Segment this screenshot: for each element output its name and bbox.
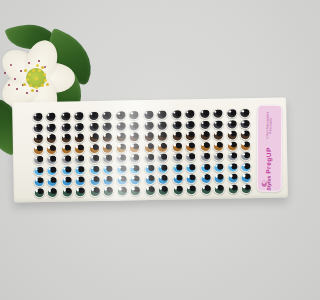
eye-glint bbox=[202, 165, 204, 167]
doll-eye-light-grey bbox=[46, 155, 57, 165]
doll-eye-black bbox=[212, 109, 223, 119]
doll-eye-black bbox=[184, 110, 195, 120]
eye-pupil bbox=[106, 155, 112, 161]
doll-eye-blue bbox=[157, 175, 168, 185]
eye-pupil bbox=[203, 142, 209, 148]
doll-eye-dark-grey bbox=[73, 122, 84, 132]
doll-eye-light-blue bbox=[74, 165, 85, 175]
brand-label: Stylus PregUP Olhos Adesivados Resinados bbox=[257, 105, 283, 192]
eye-pair bbox=[227, 140, 255, 151]
eye-glint bbox=[214, 132, 216, 134]
eye-glint bbox=[63, 135, 65, 137]
eye-pair bbox=[60, 122, 88, 133]
eye-glint bbox=[215, 175, 217, 177]
doll-eye-dark-brown bbox=[88, 133, 99, 143]
eye-pupil bbox=[176, 153, 182, 159]
eye-pupil bbox=[64, 112, 70, 118]
eye-pair bbox=[144, 153, 172, 164]
eye-pair bbox=[200, 162, 228, 173]
eye-pair bbox=[200, 173, 228, 184]
eye-pupil bbox=[78, 187, 84, 193]
eye-pupil bbox=[36, 113, 42, 119]
eye-glint bbox=[118, 145, 120, 147]
doll-eye-amber-brown bbox=[227, 141, 238, 151]
eye-pair bbox=[143, 110, 171, 121]
eye-pupil bbox=[133, 122, 139, 128]
doll-eye-dark-grey bbox=[60, 123, 71, 133]
doll-eye-light-blue bbox=[130, 164, 141, 174]
eye-pair bbox=[32, 122, 60, 133]
eye-glint bbox=[63, 178, 65, 180]
eye-pair bbox=[144, 174, 172, 185]
eye-pair bbox=[88, 111, 116, 122]
doll-eye-dark-brown bbox=[212, 130, 223, 140]
eye-glint bbox=[118, 113, 120, 115]
eye-pupil bbox=[148, 165, 154, 171]
doll-eye-dark-grey bbox=[101, 122, 112, 132]
doll-eye-light-grey bbox=[74, 155, 85, 165]
doll-eye-green bbox=[102, 186, 113, 196]
eye-pupil bbox=[93, 176, 99, 182]
eye-pupil bbox=[176, 164, 182, 170]
eye-pupil bbox=[217, 152, 223, 158]
doll-eye-blue bbox=[200, 174, 211, 184]
doll-eye-green bbox=[145, 186, 156, 196]
doll-eye-black bbox=[239, 108, 250, 118]
eye-pair bbox=[33, 133, 61, 144]
eye-pupil bbox=[160, 121, 166, 127]
doll-eye-blue bbox=[61, 176, 72, 186]
doll-eye-light-grey bbox=[240, 151, 251, 161]
eye-glint bbox=[243, 175, 245, 177]
doll-eye-dark-brown bbox=[240, 130, 251, 140]
eye-glint bbox=[119, 177, 121, 179]
doll-eye-amber-brown bbox=[157, 142, 168, 152]
eye-glint bbox=[230, 175, 232, 177]
eye-pupil bbox=[37, 167, 43, 173]
eye-pair bbox=[226, 108, 254, 119]
eye-pupil bbox=[65, 188, 71, 194]
eye-pair bbox=[144, 163, 172, 174]
eye-pupil bbox=[65, 166, 71, 172]
eye-pair bbox=[116, 121, 144, 132]
eye-pupil bbox=[175, 110, 181, 116]
eye-glint bbox=[174, 133, 176, 135]
eye-pair bbox=[88, 121, 116, 132]
doll-eye-blue bbox=[228, 173, 239, 183]
doll-eye-light-grey bbox=[102, 154, 113, 164]
eye-glint bbox=[104, 188, 106, 190]
eye-pair bbox=[33, 155, 61, 166]
doll-eye-blue bbox=[46, 177, 57, 187]
label-small-text: Olhos Adesivados Resinados bbox=[267, 106, 273, 146]
doll-eye-dark-grey bbox=[156, 121, 167, 131]
doll-eye-dark-grey bbox=[227, 119, 238, 129]
eye-pair bbox=[227, 119, 255, 130]
eye-pair bbox=[61, 143, 89, 154]
eye-pupil bbox=[92, 144, 98, 150]
eye-pair bbox=[199, 141, 227, 152]
eye-pair bbox=[172, 184, 200, 195]
doll-eye-dark-brown bbox=[101, 133, 112, 143]
eye-pupil bbox=[216, 142, 222, 148]
doll-eye-amber-brown bbox=[129, 143, 140, 153]
doll-eye-green bbox=[213, 184, 224, 194]
eye-pupil bbox=[65, 155, 71, 161]
doll-eye-amber-brown bbox=[185, 142, 196, 152]
eye-pair bbox=[61, 176, 89, 187]
eye-pair bbox=[143, 120, 171, 131]
doll-eye-amber-brown bbox=[144, 143, 155, 153]
doll-eye-green bbox=[74, 187, 85, 197]
eye-pupil bbox=[92, 123, 98, 129]
eye-glint bbox=[187, 176, 189, 178]
eye-glint bbox=[77, 189, 79, 191]
eye-pair bbox=[117, 175, 145, 186]
doll-eye-black bbox=[32, 112, 43, 122]
eye-pair bbox=[89, 186, 117, 197]
eye-pupil bbox=[147, 122, 153, 128]
eye-pupil bbox=[36, 124, 42, 130]
eye-glint bbox=[188, 186, 190, 188]
doll-eye-dark-brown bbox=[227, 130, 238, 140]
eye-pupil bbox=[50, 156, 56, 162]
eye-glint bbox=[63, 146, 65, 148]
eye-glint bbox=[132, 188, 134, 190]
doll-eye-light-grey bbox=[172, 153, 183, 163]
eye-pupil bbox=[204, 174, 210, 180]
eye-grid bbox=[32, 108, 256, 198]
eye-pupil bbox=[203, 120, 209, 126]
eye-pair bbox=[227, 151, 255, 162]
photo-background: Stylus PregUP Olhos Adesivados Resinados bbox=[0, 0, 300, 300]
eye-pair bbox=[171, 120, 199, 131]
doll-eye-amber-brown bbox=[61, 144, 72, 154]
doll-eye-light-grey bbox=[33, 155, 44, 165]
eye-glint bbox=[132, 166, 134, 168]
eye-glint bbox=[229, 132, 231, 134]
eye-pupil bbox=[161, 164, 167, 170]
doll-eye-black bbox=[171, 110, 182, 120]
doll-eye-green bbox=[117, 186, 128, 196]
eye-pair bbox=[145, 185, 173, 196]
eye-glint bbox=[175, 187, 177, 189]
doll-eye-green bbox=[241, 184, 252, 194]
eye-glint bbox=[242, 142, 244, 144]
eye-glint bbox=[91, 178, 93, 180]
doll-eye-dark-brown bbox=[116, 132, 127, 142]
doll-eye-amber-brown bbox=[212, 141, 223, 151]
doll-eye-blue bbox=[130, 175, 141, 185]
eye-glint bbox=[131, 134, 133, 136]
doll-eye-blue bbox=[172, 174, 183, 184]
doll-eye-blue bbox=[241, 173, 252, 183]
eye-pupil bbox=[204, 185, 210, 191]
doll-eye-amber-brown bbox=[74, 144, 85, 154]
eye-pupil bbox=[106, 187, 112, 193]
doll-eye-dark-brown bbox=[157, 132, 168, 142]
doll-eye-amber-brown bbox=[101, 143, 112, 153]
eye-pair bbox=[33, 165, 61, 176]
eye-pair bbox=[88, 132, 116, 143]
eye-pair bbox=[89, 175, 117, 186]
eye-pupil bbox=[93, 155, 99, 161]
doll-eye-dark-brown bbox=[184, 131, 195, 141]
eye-pupil bbox=[78, 155, 84, 161]
eye-pupil bbox=[78, 166, 84, 172]
eye-pair bbox=[199, 130, 227, 141]
eye-glint bbox=[202, 186, 204, 188]
eye-pair bbox=[144, 142, 172, 153]
doll-eye-light-grey bbox=[129, 154, 140, 164]
doll-eye-dark-grey bbox=[32, 123, 43, 133]
doll-eye-dark-brown bbox=[73, 133, 84, 143]
eye-pair bbox=[33, 176, 61, 187]
doll-eye-amber-brown bbox=[199, 141, 210, 151]
eye-pair bbox=[200, 184, 228, 195]
doll-eye-green bbox=[158, 185, 169, 195]
eye-pupil bbox=[216, 131, 222, 137]
eye-pupil bbox=[77, 123, 83, 129]
doll-eye-green bbox=[200, 184, 211, 194]
doll-eye-light-blue bbox=[102, 165, 113, 175]
eye-pupil bbox=[92, 112, 98, 118]
doll-eye-dark-grey bbox=[116, 122, 127, 132]
doll-eye-light-blue bbox=[144, 164, 155, 174]
brand-script: Stylus bbox=[267, 176, 272, 191]
doll-eye-blue bbox=[33, 177, 44, 187]
eye-pair bbox=[172, 141, 200, 152]
doll-eye-blue bbox=[74, 176, 85, 186]
doll-eye-amber-brown bbox=[46, 144, 57, 154]
eye-pair bbox=[115, 110, 143, 121]
eye-pupil bbox=[147, 111, 153, 117]
eye-pair bbox=[60, 133, 88, 144]
doll-eye-green bbox=[47, 187, 58, 197]
eye-glint bbox=[91, 167, 93, 169]
eye-pupil bbox=[244, 120, 250, 126]
doll-eye-green bbox=[34, 188, 45, 198]
eye-pupil bbox=[216, 120, 222, 126]
eye-pupil bbox=[134, 165, 140, 171]
eye-pair bbox=[200, 152, 228, 163]
eye-pair bbox=[88, 143, 116, 154]
doll-eye-light-blue bbox=[61, 166, 72, 176]
eye-glint bbox=[242, 121, 244, 123]
eye-glint bbox=[202, 143, 204, 145]
eye-pair bbox=[34, 187, 62, 198]
eye-pair bbox=[117, 164, 145, 175]
eye-pair bbox=[61, 165, 89, 176]
eye-pupil bbox=[189, 164, 195, 170]
eye-pupil bbox=[176, 143, 182, 149]
doll-eye-light-blue bbox=[172, 163, 183, 173]
eye-pair bbox=[227, 162, 255, 173]
eye-pair bbox=[171, 131, 199, 142]
eye-pair bbox=[172, 152, 200, 163]
eye-glint bbox=[118, 134, 120, 136]
eye-pupil bbox=[65, 145, 71, 151]
eye-glint bbox=[174, 176, 176, 178]
doll-eye-light-grey bbox=[89, 154, 100, 164]
doll-eye-dark-grey bbox=[143, 121, 154, 131]
doll-eye-dark-grey bbox=[184, 120, 195, 130]
doll-eye-black bbox=[128, 111, 139, 121]
eye-glint bbox=[230, 164, 232, 166]
doll-eye-green bbox=[89, 187, 100, 197]
doll-eye-dark-brown bbox=[144, 132, 155, 142]
eye-glint bbox=[104, 145, 106, 147]
eye-pair bbox=[172, 163, 200, 174]
doll-eye-green bbox=[172, 185, 183, 195]
eye-glint bbox=[91, 145, 93, 147]
eye-pair bbox=[199, 119, 227, 130]
eye-pupil bbox=[176, 186, 182, 192]
doll-eye-light-grey bbox=[213, 152, 224, 162]
eye-glint bbox=[242, 132, 244, 134]
doll-eye-light-blue bbox=[241, 162, 252, 172]
doll-eye-dark-brown bbox=[171, 131, 182, 141]
doll-eye-light-grey bbox=[61, 155, 72, 165]
eye-pair bbox=[61, 154, 89, 165]
doll-eye-dark-brown bbox=[33, 134, 44, 144]
doll-eye-dark-grey bbox=[212, 120, 223, 130]
eye-pupil bbox=[93, 166, 99, 172]
eye-pupil bbox=[231, 120, 237, 126]
eye-glint bbox=[90, 135, 92, 137]
eye-pair bbox=[172, 174, 200, 185]
stamen-cluster bbox=[35, 77, 38, 80]
doll-eye-green bbox=[61, 187, 72, 197]
eye-pupil bbox=[120, 122, 126, 128]
doll-eye-blue bbox=[102, 176, 113, 186]
eye-glint bbox=[215, 186, 217, 188]
doll-eye-black bbox=[199, 109, 210, 119]
eye-glint bbox=[119, 166, 121, 168]
eye-pupil bbox=[148, 154, 154, 160]
doll-eye-light-blue bbox=[228, 162, 239, 172]
eye-glint bbox=[201, 132, 203, 134]
eye-glint bbox=[90, 124, 92, 126]
eye-pair bbox=[144, 131, 172, 142]
doll-eye-light-grey bbox=[144, 153, 155, 163]
doll-eye-dark-grey bbox=[88, 122, 99, 132]
doll-eye-light-blue bbox=[89, 165, 100, 175]
eye-pupil bbox=[50, 166, 56, 172]
eye-glint bbox=[131, 123, 133, 125]
eye-pupil bbox=[203, 131, 209, 137]
eye-pair bbox=[228, 183, 256, 194]
doll-eye-dark-grey bbox=[45, 123, 56, 133]
eye-pupil bbox=[105, 122, 111, 128]
eye-glint bbox=[91, 188, 93, 190]
eye-glint bbox=[132, 177, 134, 179]
eye-pupil bbox=[175, 121, 181, 127]
eye-pupil bbox=[189, 153, 195, 159]
doll-eye-amber-brown bbox=[116, 143, 127, 153]
doll-eye-amber-brown bbox=[240, 141, 251, 151]
eye-pupil bbox=[77, 112, 83, 118]
eye-sticker-sheet: Stylus PregUP Olhos Adesivados Resinados bbox=[12, 97, 288, 202]
doll-eye-black bbox=[101, 111, 112, 121]
doll-eye-light-blue bbox=[33, 166, 44, 176]
eye-glint bbox=[215, 143, 217, 145]
doll-eye-black bbox=[88, 111, 99, 121]
doll-eye-amber-brown bbox=[172, 142, 183, 152]
eye-glint bbox=[76, 178, 78, 180]
eye-pair bbox=[228, 172, 256, 183]
eye-pupil bbox=[78, 144, 84, 150]
eye-pupil bbox=[64, 123, 70, 129]
doll-eye-blue bbox=[117, 175, 128, 185]
doll-eye-blue bbox=[213, 173, 224, 183]
doll-eye-dark-brown bbox=[129, 132, 140, 142]
eye-glint bbox=[187, 133, 189, 135]
eye-pupil bbox=[232, 163, 238, 169]
eye-pupil bbox=[161, 154, 167, 160]
eye-pupil bbox=[93, 187, 99, 193]
eye-pair bbox=[171, 109, 199, 120]
eye-pair bbox=[33, 144, 61, 155]
doll-eye-light-blue bbox=[117, 165, 128, 175]
eye-glint bbox=[118, 123, 120, 125]
eye-glint bbox=[243, 185, 245, 187]
eye-glint bbox=[103, 124, 105, 126]
eye-glint bbox=[229, 121, 231, 123]
eye-pair bbox=[89, 154, 117, 165]
eye-pair bbox=[61, 186, 89, 197]
eye-pupil bbox=[189, 185, 195, 191]
doll-eye-blue bbox=[185, 174, 196, 184]
doll-eye-light-grey bbox=[200, 152, 211, 162]
eye-pupil bbox=[188, 110, 194, 116]
doll-eye-blue bbox=[144, 175, 155, 185]
doll-eye-light-blue bbox=[213, 163, 224, 173]
eye-pupil bbox=[37, 156, 43, 162]
eye-pupil bbox=[121, 165, 127, 171]
doll-eye-light-grey bbox=[157, 153, 168, 163]
doll-eye-dark-brown bbox=[60, 133, 71, 143]
eye-pupil bbox=[49, 123, 55, 129]
eye-glint bbox=[202, 175, 204, 177]
eye-glint bbox=[76, 146, 78, 148]
eye-pupil bbox=[92, 133, 98, 139]
eye-pupil bbox=[105, 133, 111, 139]
eye-pair bbox=[89, 164, 117, 175]
doll-eye-dark-grey bbox=[240, 119, 251, 129]
doll-eye-blue bbox=[89, 176, 100, 186]
eye-glint bbox=[243, 164, 245, 166]
eye-pupil bbox=[105, 144, 111, 150]
doll-eye-light-blue bbox=[157, 164, 168, 174]
eye-glint bbox=[174, 144, 176, 146]
eye-glint bbox=[119, 156, 121, 158]
doll-eye-green bbox=[228, 184, 239, 194]
eye-pupil bbox=[106, 165, 112, 171]
eye-pair bbox=[116, 132, 144, 143]
doll-eye-light-grey bbox=[227, 152, 238, 162]
doll-eye-light-grey bbox=[116, 154, 127, 164]
eye-pupil bbox=[217, 163, 223, 169]
eye-pair bbox=[60, 111, 88, 122]
eye-glint bbox=[76, 135, 78, 137]
eye-pair bbox=[199, 109, 227, 120]
doll-eye-amber-brown bbox=[88, 144, 99, 154]
eye-pupil bbox=[217, 185, 223, 191]
eye-pair bbox=[116, 142, 144, 153]
eye-glint bbox=[229, 143, 231, 145]
doll-eye-green bbox=[185, 185, 196, 195]
